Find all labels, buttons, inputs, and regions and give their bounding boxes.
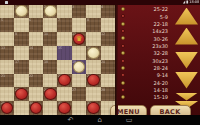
move-text: 30x23 xyxy=(128,58,168,64)
move-row-2[interactable]: 5-9 xyxy=(119,13,168,20)
move-text: 30-26 xyxy=(128,36,168,42)
square-number: 14 xyxy=(29,46,33,49)
red-move-bullet-icon xyxy=(121,14,125,18)
square-number: 12 xyxy=(101,32,105,35)
white-man-square-16[interactable] xyxy=(87,47,100,59)
move-row-3[interactable]: 22-18 xyxy=(119,20,168,27)
square-13[interactable]: 13 xyxy=(0,46,14,60)
white-man-square-19[interactable] xyxy=(73,61,86,73)
square-number: 4 xyxy=(101,5,103,8)
square-20[interactable]: 20 xyxy=(101,60,115,74)
white-move-bullet-icon xyxy=(121,95,125,99)
square-9[interactable]: 9 xyxy=(14,32,28,46)
android-nav-bar: ↶ ⌂ ▭ xyxy=(0,115,200,125)
move-row-11[interactable]: 24-20 xyxy=(119,79,168,86)
move-text: 5-9 xyxy=(128,14,168,20)
square-27[interactable]: 27 xyxy=(72,87,86,101)
up-arrow-icon xyxy=(175,8,198,25)
square-number: 10 xyxy=(44,32,48,35)
move-text: 25-22 xyxy=(128,6,168,12)
square-number: 22 xyxy=(29,74,33,77)
square-15[interactable]: 15 xyxy=(57,46,71,60)
red-move-bullet-icon xyxy=(121,44,125,48)
side-panel: 25-225-922-1814x2330-2623x3032-2830x2328… xyxy=(118,5,200,116)
down-arrow-icon xyxy=(175,72,198,89)
square-6[interactable]: 6 xyxy=(29,18,43,32)
clock: 18:08 xyxy=(189,0,199,4)
notification-icon xyxy=(5,1,8,4)
move-text: 14-18 xyxy=(128,87,168,93)
move-text: 24-20 xyxy=(128,80,168,86)
checkers-board[interactable]: 1234567891011121314151617181920212223242… xyxy=(0,5,115,116)
move-text: 9-14 xyxy=(128,72,168,78)
move-row-9[interactable]: 28-24 xyxy=(119,64,168,71)
square-18[interactable]: 18 xyxy=(43,60,57,74)
status-icons: 18:08 xyxy=(183,0,199,4)
square-22[interactable]: 22 xyxy=(29,74,43,88)
checkers-app-screen: 18:08 1234567891011121314151617181920212… xyxy=(0,0,200,125)
square-number: 5 xyxy=(1,18,3,21)
square-7[interactable]: 7 xyxy=(57,18,71,32)
square-8[interactable]: 8 xyxy=(86,18,100,32)
square-number: 15 xyxy=(58,46,62,49)
arrow-up-button[interactable] xyxy=(175,8,198,25)
battery-icon xyxy=(186,0,188,3)
move-text: 23x30 xyxy=(128,43,168,49)
white-move-bullet-icon xyxy=(121,36,125,40)
king-crown-icon: ♛ xyxy=(74,34,85,45)
nav-home-icon[interactable]: ⌂ xyxy=(97,116,101,125)
move-text: 22-18 xyxy=(128,21,168,27)
move-row-7[interactable]: 32-28 xyxy=(119,50,168,57)
status-bar: 18:08 xyxy=(0,0,200,5)
square-17[interactable]: 17 xyxy=(14,60,28,74)
red-man-square-26[interactable] xyxy=(44,88,57,100)
nav-recents-icon[interactable]: ▭ xyxy=(126,116,133,125)
move-text: 14x23 xyxy=(128,28,168,34)
red-king-square-11[interactable]: ♛ xyxy=(73,33,86,45)
square-12[interactable]: 12 xyxy=(101,32,115,46)
move-navigation-arrows xyxy=(173,5,200,109)
board-edge-shadow xyxy=(115,5,119,116)
double-down-arrow-icon xyxy=(175,93,198,101)
square-21[interactable]: 21 xyxy=(0,74,14,88)
move-text: 15-19 xyxy=(128,94,168,100)
move-text: 28-24 xyxy=(128,65,168,71)
move-text: 32-28 xyxy=(128,50,168,56)
white-move-bullet-icon xyxy=(121,51,125,55)
move-row-13[interactable]: 15-19 xyxy=(119,94,168,101)
white-move-bullet-icon xyxy=(121,81,125,85)
square-number: 27 xyxy=(72,88,76,91)
white-man-square-2[interactable] xyxy=(44,5,57,17)
down-arrow-icon xyxy=(175,52,198,69)
square-4[interactable]: 4 xyxy=(101,5,115,19)
arrow-down-button[interactable] xyxy=(175,52,198,69)
red-move-bullet-icon xyxy=(121,29,125,33)
move-row-12[interactable]: 14-18 xyxy=(119,86,168,93)
square-number: 8 xyxy=(87,18,89,21)
square-10[interactable]: 10 xyxy=(43,32,57,46)
square-number: 3 xyxy=(72,5,74,8)
white-move-bullet-icon xyxy=(121,22,125,26)
square-3[interactable]: 3 xyxy=(72,5,86,19)
red-man-square-32[interactable] xyxy=(87,102,100,114)
up-arrow-icon xyxy=(175,28,198,45)
square-number: 6 xyxy=(29,18,31,21)
arrow-down-button[interactable] xyxy=(175,72,198,89)
move-list[interactable]: 25-225-922-1814x2330-2623x3032-2830x2328… xyxy=(119,6,168,101)
move-row-4[interactable]: 14x23 xyxy=(119,28,168,35)
white-move-bullet-icon xyxy=(121,66,125,70)
move-row-8[interactable]: 30x23 xyxy=(119,57,168,64)
square-number: 18 xyxy=(44,60,48,63)
square-number: 9 xyxy=(15,32,17,35)
move-row-1[interactable]: 25-22 xyxy=(119,6,168,13)
move-row-5[interactable]: 30-26 xyxy=(119,35,168,42)
white-move-bullet-icon xyxy=(121,7,125,11)
square-14[interactable]: 14 xyxy=(29,46,43,60)
red-move-bullet-icon xyxy=(121,73,125,77)
red-man-square-31[interactable] xyxy=(58,102,71,114)
square-number: 28 xyxy=(101,88,105,91)
move-row-6[interactable]: 23x30 xyxy=(119,42,168,49)
red-move-bullet-icon xyxy=(121,88,125,92)
square-number: 7 xyxy=(58,18,60,21)
square-5[interactable]: 5 xyxy=(0,18,14,32)
arrow-up-button[interactable] xyxy=(175,28,198,45)
square-number: 21 xyxy=(1,74,5,77)
square-number: 20 xyxy=(101,60,105,63)
move-row-10[interactable]: 9-14 xyxy=(119,72,168,79)
nav-back-icon[interactable]: ↶ xyxy=(68,116,74,125)
square-number: 13 xyxy=(1,46,5,49)
square-28[interactable]: 28 xyxy=(101,87,115,101)
signal-icon xyxy=(183,0,185,3)
red-move-bullet-icon xyxy=(121,59,125,63)
square-number: 17 xyxy=(15,60,19,63)
